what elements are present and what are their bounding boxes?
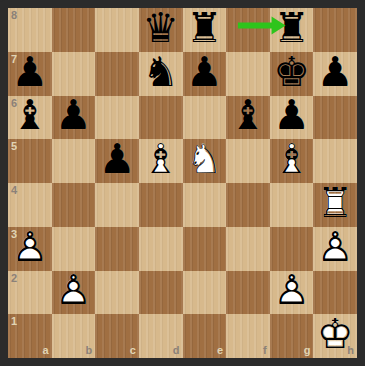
black-rook[interactable]: ♜ bbox=[183, 8, 227, 52]
square-d7[interactable]: ♞ bbox=[139, 52, 183, 96]
rank-label-2: 2 bbox=[11, 273, 17, 284]
file-label-b: b bbox=[86, 345, 93, 356]
black-pawn[interactable]: ♟ bbox=[52, 96, 96, 140]
square-f7[interactable] bbox=[226, 52, 270, 96]
square-c7[interactable] bbox=[95, 52, 139, 96]
white-rook[interactable]: ♜♖ bbox=[313, 183, 357, 227]
rook-glyph-outline: ♖ bbox=[313, 183, 357, 224]
square-a2[interactable]: 2 bbox=[8, 271, 52, 315]
pawn-glyph: ♟ bbox=[95, 139, 139, 180]
chess-board: 8♛♜♜7♟♞♟♚♟6♝♟♝♟5♟♝♗♞♘♝♗4♜♖3♟♙♟♙2♟♙♟♙1abc… bbox=[8, 8, 357, 358]
square-e4[interactable] bbox=[183, 183, 227, 227]
square-d1[interactable]: d bbox=[139, 314, 183, 358]
black-bishop[interactable]: ♝ bbox=[8, 96, 52, 140]
pawn-glyph-outline: ♙ bbox=[270, 270, 314, 311]
square-c5[interactable]: ♟ bbox=[95, 139, 139, 183]
file-label-g: g bbox=[304, 345, 311, 356]
square-c2[interactable] bbox=[95, 271, 139, 315]
rank-label-1: 1 bbox=[11, 316, 17, 327]
rook-glyph: ♜ bbox=[183, 8, 227, 49]
white-knight[interactable]: ♞♘ bbox=[183, 139, 227, 183]
square-d4[interactable] bbox=[139, 183, 183, 227]
square-h7[interactable]: ♟ bbox=[313, 52, 357, 96]
square-f4[interactable] bbox=[226, 183, 270, 227]
square-a1[interactable]: 1a bbox=[8, 314, 52, 358]
pawn-glyph: ♟ bbox=[313, 51, 357, 92]
square-g8[interactable]: ♜ bbox=[270, 8, 314, 52]
square-h4[interactable]: ♜♖ bbox=[313, 183, 357, 227]
square-e1[interactable]: e bbox=[183, 314, 227, 358]
square-b4[interactable] bbox=[52, 183, 96, 227]
pawn-glyph: ♟ bbox=[270, 95, 314, 136]
black-pawn[interactable]: ♟ bbox=[95, 139, 139, 183]
square-g6[interactable]: ♟ bbox=[270, 96, 314, 140]
square-b3[interactable] bbox=[52, 227, 96, 271]
square-e6[interactable] bbox=[183, 96, 227, 140]
black-pawn[interactable]: ♟ bbox=[183, 52, 227, 96]
rank-label-8: 8 bbox=[11, 10, 17, 21]
pawn-glyph: ♟ bbox=[183, 51, 227, 92]
white-pawn[interactable]: ♟♙ bbox=[313, 227, 357, 271]
chess-board-frame: 8♛♜♜7♟♞♟♚♟6♝♟♝♟5♟♝♗♞♘♝♗4♜♖3♟♙♟♙2♟♙♟♙1abc… bbox=[0, 0, 365, 366]
square-e5[interactable]: ♞♘ bbox=[183, 139, 227, 183]
black-pawn[interactable]: ♟ bbox=[8, 52, 52, 96]
square-h1[interactable]: h♚♔ bbox=[313, 314, 357, 358]
square-a8[interactable]: 8 bbox=[8, 8, 52, 52]
square-c8[interactable] bbox=[95, 8, 139, 52]
black-king[interactable]: ♚ bbox=[270, 52, 314, 96]
square-e8[interactable]: ♜ bbox=[183, 8, 227, 52]
bishop-glyph: ♝ bbox=[8, 95, 52, 136]
pawn-glyph: ♟ bbox=[8, 51, 52, 92]
pawn-glyph-outline: ♙ bbox=[8, 226, 52, 267]
black-pawn[interactable]: ♟ bbox=[313, 52, 357, 96]
square-f2[interactable] bbox=[226, 271, 270, 315]
square-a6[interactable]: 6♝ bbox=[8, 96, 52, 140]
square-b6[interactable]: ♟ bbox=[52, 96, 96, 140]
square-b2[interactable]: ♟♙ bbox=[52, 271, 96, 315]
black-knight[interactable]: ♞ bbox=[139, 52, 183, 96]
file-label-a: a bbox=[43, 345, 49, 356]
file-label-f: f bbox=[263, 345, 267, 356]
black-pawn[interactable]: ♟ bbox=[270, 96, 314, 140]
square-g3[interactable] bbox=[270, 227, 314, 271]
rook-glyph: ♜ bbox=[270, 8, 314, 49]
file-label-d: d bbox=[173, 345, 180, 356]
white-bishop[interactable]: ♝♗ bbox=[139, 139, 183, 183]
square-b8[interactable] bbox=[52, 8, 96, 52]
king-glyph: ♚ bbox=[270, 51, 314, 92]
square-h3[interactable]: ♟♙ bbox=[313, 227, 357, 271]
file-label-c: c bbox=[130, 345, 136, 356]
square-d5[interactable]: ♝♗ bbox=[139, 139, 183, 183]
knight-glyph-outline: ♘ bbox=[183, 139, 227, 180]
square-a3[interactable]: 3♟♙ bbox=[8, 227, 52, 271]
white-king[interactable]: ♚♔ bbox=[313, 314, 357, 358]
square-d3[interactable] bbox=[139, 227, 183, 271]
square-c1[interactable]: c bbox=[95, 314, 139, 358]
rank-label-4: 4 bbox=[11, 185, 17, 196]
square-f5[interactable] bbox=[226, 139, 270, 183]
square-g5[interactable]: ♝♗ bbox=[270, 139, 314, 183]
knight-glyph: ♞ bbox=[139, 51, 183, 92]
square-d6[interactable] bbox=[139, 96, 183, 140]
square-a7[interactable]: 7♟ bbox=[8, 52, 52, 96]
square-e7[interactable]: ♟ bbox=[183, 52, 227, 96]
white-pawn[interactable]: ♟♙ bbox=[8, 227, 52, 271]
queen-glyph: ♛ bbox=[139, 8, 183, 49]
pawn-glyph-outline: ♙ bbox=[52, 270, 96, 311]
pawn-glyph: ♟ bbox=[52, 95, 96, 136]
bishop-glyph: ♝ bbox=[226, 95, 270, 136]
black-queen[interactable]: ♛ bbox=[139, 8, 183, 52]
square-b5[interactable] bbox=[52, 139, 96, 183]
square-h2[interactable] bbox=[313, 271, 357, 315]
square-c3[interactable] bbox=[95, 227, 139, 271]
square-f3[interactable] bbox=[226, 227, 270, 271]
king-glyph-outline: ♔ bbox=[313, 314, 357, 355]
square-f8[interactable] bbox=[226, 8, 270, 52]
square-b7[interactable] bbox=[52, 52, 96, 96]
square-h6[interactable] bbox=[313, 96, 357, 140]
bishop-glyph-outline: ♗ bbox=[270, 139, 314, 180]
rank-label-5: 5 bbox=[11, 141, 17, 152]
square-h8[interactable] bbox=[313, 8, 357, 52]
bishop-glyph-outline: ♗ bbox=[139, 139, 183, 180]
square-c4[interactable] bbox=[95, 183, 139, 227]
square-d8[interactable]: ♛ bbox=[139, 8, 183, 52]
square-g2[interactable]: ♟♙ bbox=[270, 271, 314, 315]
file-label-e: e bbox=[217, 345, 223, 356]
square-e3[interactable] bbox=[183, 227, 227, 271]
square-d2[interactable] bbox=[139, 271, 183, 315]
square-g1[interactable]: g bbox=[270, 314, 314, 358]
white-bishop[interactable]: ♝♗ bbox=[270, 139, 314, 183]
square-g4[interactable] bbox=[270, 183, 314, 227]
black-rook[interactable]: ♜ bbox=[270, 8, 314, 52]
square-b1[interactable]: b bbox=[52, 314, 96, 358]
square-f6[interactable]: ♝ bbox=[226, 96, 270, 140]
square-a4[interactable]: 4 bbox=[8, 183, 52, 227]
square-a5[interactable]: 5 bbox=[8, 139, 52, 183]
white-pawn[interactable]: ♟♙ bbox=[270, 271, 314, 315]
square-g7[interactable]: ♚ bbox=[270, 52, 314, 96]
square-f1[interactable]: f bbox=[226, 314, 270, 358]
pawn-glyph-outline: ♙ bbox=[313, 226, 357, 267]
square-h5[interactable] bbox=[313, 139, 357, 183]
square-c6[interactable] bbox=[95, 96, 139, 140]
black-bishop[interactable]: ♝ bbox=[226, 96, 270, 140]
white-pawn[interactable]: ♟♙ bbox=[52, 271, 96, 315]
square-e2[interactable] bbox=[183, 271, 227, 315]
